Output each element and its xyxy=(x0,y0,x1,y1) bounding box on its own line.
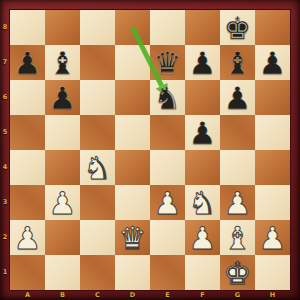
rank-label-3: 3 xyxy=(0,185,10,220)
square-h1[interactable] xyxy=(255,255,290,290)
square-a8[interactable] xyxy=(10,10,45,45)
square-b5[interactable] xyxy=(45,115,80,150)
file-label-a: A xyxy=(10,290,45,300)
rank-label-8: 8 xyxy=(0,10,10,45)
piece-white-king-g1[interactable]: ♚ xyxy=(220,255,255,290)
square-g5[interactable] xyxy=(220,115,255,150)
square-c2[interactable] xyxy=(80,220,115,255)
piece-white-queen-d2[interactable]: ♛ xyxy=(115,220,150,255)
square-c8[interactable] xyxy=(80,10,115,45)
square-a1[interactable] xyxy=(10,255,45,290)
square-e2[interactable] xyxy=(150,220,185,255)
square-g4[interactable] xyxy=(220,150,255,185)
square-c7[interactable] xyxy=(80,45,115,80)
rank-label-1: 1 xyxy=(0,255,10,290)
file-label-h: H xyxy=(255,290,290,300)
file-label-f: F xyxy=(185,290,220,300)
piece-black-pawn-f5[interactable]: ♟ xyxy=(185,115,220,150)
piece-white-bishop-g2[interactable]: ♝ xyxy=(220,220,255,255)
square-a3[interactable] xyxy=(10,185,45,220)
square-f8[interactable] xyxy=(185,10,220,45)
piece-white-pawn-h2[interactable]: ♟ xyxy=(255,220,290,255)
rank-label-7: 7 xyxy=(0,45,10,80)
rank-label-6: 6 xyxy=(0,80,10,115)
piece-black-pawn-b6[interactable]: ♟ xyxy=(45,80,80,115)
square-f6[interactable] xyxy=(185,80,220,115)
square-a6[interactable] xyxy=(10,80,45,115)
square-f1[interactable] xyxy=(185,255,220,290)
square-c1[interactable] xyxy=(80,255,115,290)
piece-white-pawn-g3[interactable]: ♟ xyxy=(220,185,255,220)
piece-white-knight-f3[interactable]: ♞ xyxy=(185,185,220,220)
square-e8[interactable] xyxy=(150,10,185,45)
piece-black-pawn-g6[interactable]: ♟ xyxy=(220,80,255,115)
square-h8[interactable] xyxy=(255,10,290,45)
square-d5[interactable] xyxy=(115,115,150,150)
piece-white-knight-c4[interactable]: ♞ xyxy=(80,150,115,185)
piece-white-pawn-f2[interactable]: ♟ xyxy=(185,220,220,255)
square-d7[interactable] xyxy=(115,45,150,80)
square-e4[interactable] xyxy=(150,150,185,185)
square-a4[interactable] xyxy=(10,150,45,185)
square-b1[interactable] xyxy=(45,255,80,290)
chess-board-window: ♚♟♝♛♟♝♟♟♞♟♟♞♟♟♞♟♟♛♟♝♟♚ 87654321 ABCDEFGH xyxy=(0,0,300,300)
piece-black-pawn-a7[interactable]: ♟ xyxy=(10,45,45,80)
rank-label-4: 4 xyxy=(0,150,10,185)
piece-white-pawn-e3[interactable]: ♟ xyxy=(150,185,185,220)
square-c3[interactable] xyxy=(80,185,115,220)
square-e5[interactable] xyxy=(150,115,185,150)
square-b4[interactable] xyxy=(45,150,80,185)
square-c5[interactable] xyxy=(80,115,115,150)
square-h6[interactable] xyxy=(255,80,290,115)
square-d1[interactable] xyxy=(115,255,150,290)
file-label-d: D xyxy=(115,290,150,300)
square-d4[interactable] xyxy=(115,150,150,185)
chess-board: ♚♟♝♛♟♝♟♟♞♟♟♞♟♟♞♟♟♛♟♝♟♚ xyxy=(10,10,290,290)
file-label-b: B xyxy=(45,290,80,300)
rank-label-5: 5 xyxy=(0,115,10,150)
square-d8[interactable] xyxy=(115,10,150,45)
piece-black-bishop-g7[interactable]: ♝ xyxy=(220,45,255,80)
piece-black-king-g8[interactable]: ♚ xyxy=(220,10,255,45)
square-d3[interactable] xyxy=(115,185,150,220)
rank-coordinates: 87654321 xyxy=(0,10,10,290)
square-h5[interactable] xyxy=(255,115,290,150)
square-e1[interactable] xyxy=(150,255,185,290)
square-a5[interactable] xyxy=(10,115,45,150)
square-d6[interactable] xyxy=(115,80,150,115)
square-h3[interactable] xyxy=(255,185,290,220)
file-label-g: G xyxy=(220,290,255,300)
rank-label-2: 2 xyxy=(0,220,10,255)
file-label-e: E xyxy=(150,290,185,300)
piece-white-pawn-a2[interactable]: ♟ xyxy=(10,220,45,255)
piece-white-pawn-b3[interactable]: ♟ xyxy=(45,185,80,220)
square-h4[interactable] xyxy=(255,150,290,185)
file-coordinates: ABCDEFGH xyxy=(10,290,290,300)
file-label-c: C xyxy=(80,290,115,300)
square-b2[interactable] xyxy=(45,220,80,255)
piece-black-pawn-f7[interactable]: ♟ xyxy=(185,45,220,80)
piece-black-queen-e7[interactable]: ♛ xyxy=(150,45,185,80)
piece-black-pawn-h7[interactable]: ♟ xyxy=(255,45,290,80)
square-b8[interactable] xyxy=(45,10,80,45)
piece-black-knight-e6[interactable]: ♞ xyxy=(150,80,185,115)
square-f4[interactable] xyxy=(185,150,220,185)
piece-black-bishop-b7[interactable]: ♝ xyxy=(45,45,80,80)
square-c6[interactable] xyxy=(80,80,115,115)
